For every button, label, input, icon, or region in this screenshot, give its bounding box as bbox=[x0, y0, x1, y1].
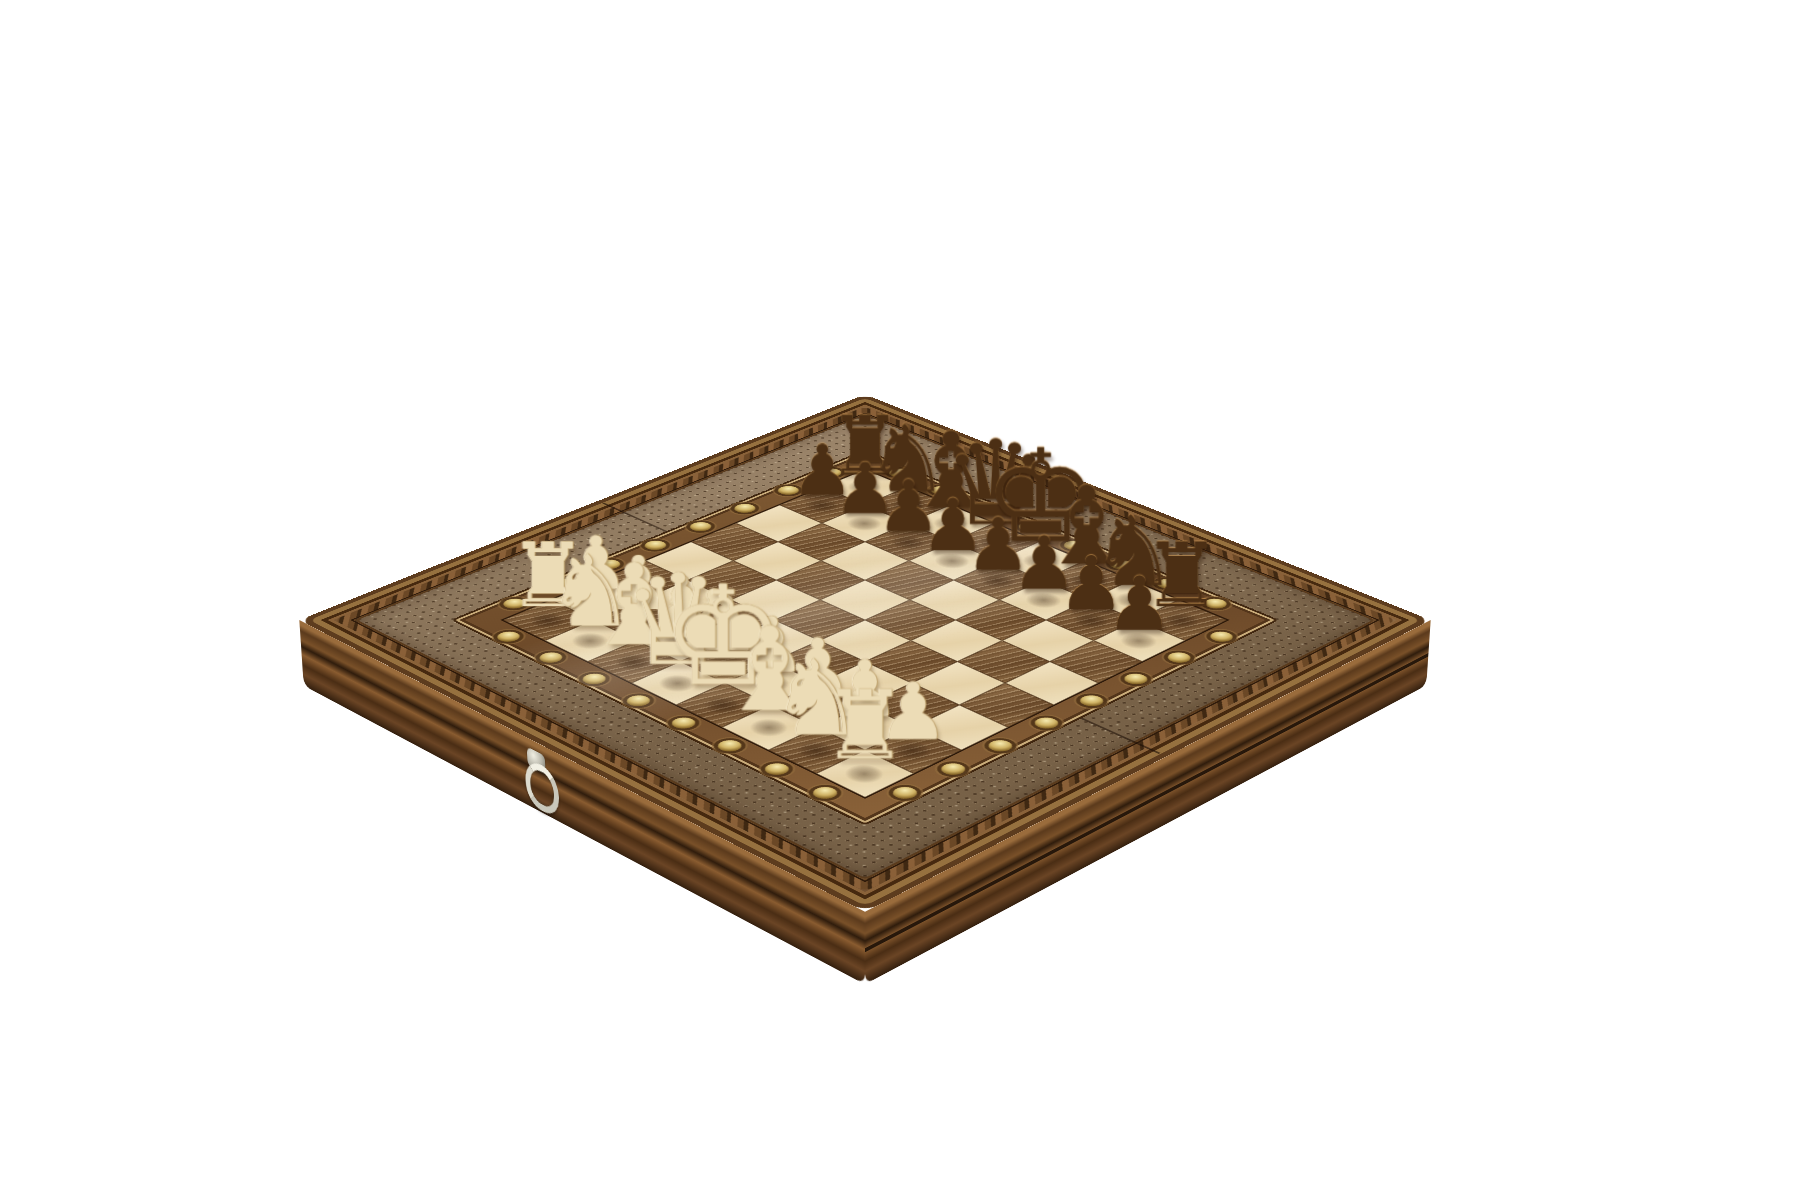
piece-black-pawn-h7[interactable]: ♟ bbox=[1094, 620, 1185, 662]
product-photo-stage: ♜♞♝♛♚♝♞♜♟♟♟♟♟♟♟♟♟♟♟♟♟♟♟♟♜♞♝♛♚♝♞♜ bbox=[0, 0, 1800, 1200]
piece-glyph: ♜ bbox=[822, 679, 907, 774]
piece-white-rook-h1[interactable]: ♜ bbox=[816, 750, 914, 797]
chess-box-top: ♜♞♝♛♚♝♞♜♟♟♟♟♟♟♟♟♟♟♟♟♟♟♟♟♜♞♝♛♚♝♞♜ bbox=[299, 394, 1430, 911]
perspective-scene: ♜♞♝♛♚♝♞♜♟♟♟♟♟♟♟♟♟♟♟♟♟♟♟♟♜♞♝♛♚♝♞♜ bbox=[0, 0, 1800, 1200]
clasp-latch bbox=[519, 742, 556, 808]
brass-rosette-icon bbox=[686, 520, 716, 533]
piece-glyph: ♟ bbox=[1106, 566, 1173, 641]
brass-rosette-icon bbox=[730, 502, 759, 514]
clasp-hook-icon bbox=[525, 756, 560, 820]
